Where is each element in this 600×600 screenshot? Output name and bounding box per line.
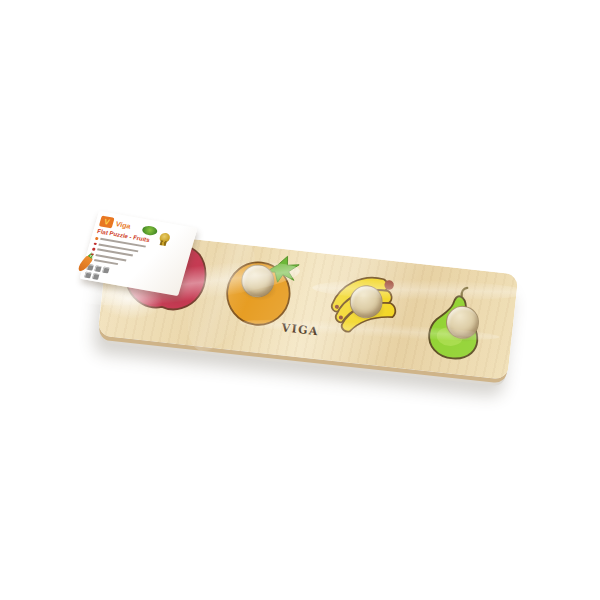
certification-icon: [84, 271, 92, 278]
certification-icon: [94, 265, 102, 272]
viga-logo-mark-icon: V: [99, 215, 115, 228]
certification-icon: [102, 266, 110, 273]
certification-icon: [92, 273, 100, 280]
puzzle-slot-pear: [418, 282, 494, 369]
product-photo: VIGA V Viga Flat Puzzle - Fruits: [0, 0, 600, 600]
puzzle-slot-orange: [217, 246, 307, 333]
viga-logo-text: Viga: [115, 220, 131, 229]
header-card-label: V Viga Flat Puzzle - Fruits: [80, 211, 198, 296]
